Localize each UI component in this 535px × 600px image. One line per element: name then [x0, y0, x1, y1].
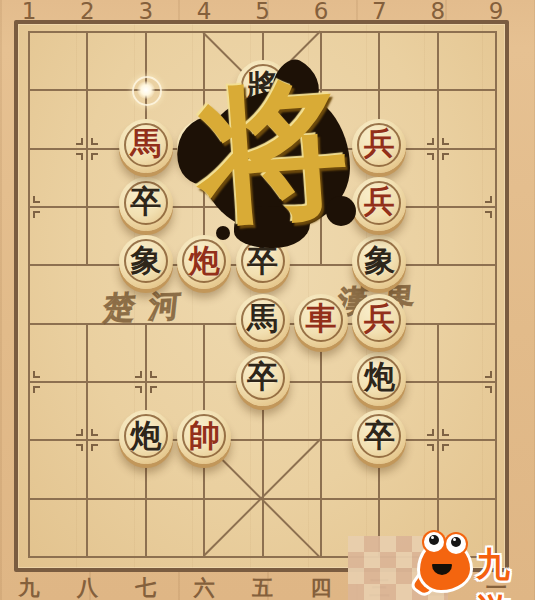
piece-character: 兵 [364, 186, 395, 217]
position-mark [135, 371, 142, 378]
9game-logo: 九游 [410, 524, 535, 600]
black-soldier-piece[interactable]: 卒 [236, 352, 290, 406]
top-file-label: 5 [248, 0, 278, 24]
position-mark [91, 429, 98, 436]
top-file-label: 8 [423, 0, 453, 24]
piece-character: 帥 [189, 420, 220, 451]
position-mark [135, 386, 142, 393]
position-mark [485, 196, 492, 203]
position-mark [33, 211, 40, 218]
piece-character: 馬 [247, 303, 278, 334]
xiangqi-game-screenshot: 123456789九八七六五四三二一 楚河 漢界 將車卒象卒象馬卒炮炮卒馬兵兵炮… [0, 0, 535, 600]
bottom-file-label: 三 [364, 574, 394, 600]
position-mark [91, 153, 98, 160]
black-chariot-piece[interactable]: 車 [177, 119, 231, 173]
black-cannon-piece[interactable]: 炮 [352, 352, 406, 406]
bottom-file-label: 九 [14, 574, 44, 600]
9game-mascot-icon [418, 532, 474, 594]
top-file-label: 6 [306, 0, 336, 24]
position-mark [485, 386, 492, 393]
top-file-label: 7 [364, 0, 394, 24]
position-mark [485, 211, 492, 218]
grid-vline [86, 323, 88, 558]
black-cannon-piece[interactable]: 炮 [119, 410, 173, 464]
red-soldier-piece[interactable]: 兵 [352, 119, 406, 173]
bottom-file-label: 六 [189, 574, 219, 600]
river-text-left: 楚河 [102, 284, 197, 329]
black-horse-piece[interactable]: 馬 [236, 294, 290, 348]
piece-character: 炮 [189, 245, 220, 276]
position-mark [267, 211, 274, 218]
red-horse-piece[interactable]: 馬 [119, 119, 173, 173]
9game-logo-text: 九游 [476, 542, 535, 600]
black-general-piece[interactable]: 將 [236, 60, 290, 114]
position-mark [33, 371, 40, 378]
black-soldier-piece[interactable]: 卒 [236, 235, 290, 289]
top-file-label: 1 [14, 0, 44, 24]
position-mark [485, 371, 492, 378]
position-mark [252, 211, 259, 218]
black-elephant-piece[interactable]: 象 [119, 235, 173, 289]
piece-character: 卒 [247, 245, 278, 276]
position-mark [427, 429, 434, 436]
top-file-label: 4 [189, 0, 219, 24]
position-mark [91, 444, 98, 451]
bottom-file-label: 八 [72, 574, 102, 600]
position-mark [427, 138, 434, 145]
piece-character: 象 [130, 245, 161, 276]
position-mark [76, 138, 83, 145]
position-mark [76, 429, 83, 436]
piece-character: 卒 [364, 420, 395, 451]
bottom-file-label: 四 [306, 574, 336, 600]
piece-character: 兵 [364, 128, 395, 159]
top-file-label: 3 [131, 0, 161, 24]
position-mark [442, 138, 449, 145]
red-soldier-piece[interactable]: 兵 [352, 177, 406, 231]
position-mark [442, 444, 449, 451]
position-mark [91, 138, 98, 145]
position-mark [76, 153, 83, 160]
piece-character: 炮 [130, 420, 161, 451]
grid-vline [437, 31, 439, 266]
position-mark [33, 196, 40, 203]
piece-character: 馬 [130, 128, 161, 159]
piece-character: 卒 [130, 186, 161, 217]
grid-vline [28, 31, 30, 558]
bottom-file-label: 七 [131, 574, 161, 600]
piece-character: 兵 [364, 303, 395, 334]
piece-character: 車 [306, 303, 337, 334]
piece-character: 將 [247, 70, 278, 101]
position-mark [33, 386, 40, 393]
piece-character: 炮 [364, 361, 395, 392]
red-chariot-piece[interactable]: 車 [294, 294, 348, 348]
black-soldier-piece[interactable]: 卒 [119, 177, 173, 231]
position-mark [267, 196, 274, 203]
piece-character: 卒 [247, 361, 278, 392]
top-file-label: 9 [481, 0, 511, 24]
top-file-label: 2 [72, 0, 102, 24]
piece-character: 象 [364, 245, 395, 276]
position-mark [427, 444, 434, 451]
piece-character: 車 [189, 128, 220, 159]
red-soldier-piece[interactable]: 兵 [352, 294, 406, 348]
position-mark [442, 153, 449, 160]
grid-vline [437, 323, 439, 558]
position-mark [150, 371, 157, 378]
position-mark [252, 196, 259, 203]
position-mark [150, 386, 157, 393]
grid-vline [495, 31, 497, 558]
position-mark [427, 153, 434, 160]
position-mark [76, 444, 83, 451]
bottom-file-label: 五 [248, 574, 278, 600]
position-mark [442, 429, 449, 436]
grid-vline [86, 31, 88, 266]
